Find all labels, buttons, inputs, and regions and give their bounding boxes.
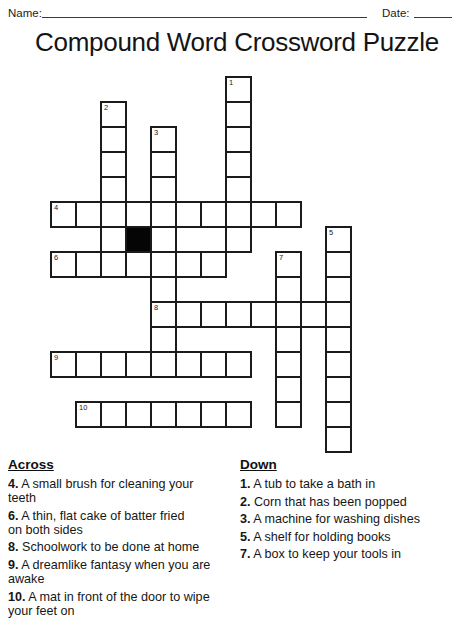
grid-cell[interactable]: 10 <box>75 401 102 428</box>
grid-cell[interactable] <box>125 251 152 278</box>
grid-cell[interactable]: 3 <box>150 126 177 153</box>
grid-cell[interactable]: 9 <box>50 351 77 378</box>
grid-cell[interactable] <box>325 426 352 453</box>
grid-cell[interactable] <box>275 401 302 428</box>
clue-item: 6. A thin, flat cake of batter fried on … <box>8 509 236 537</box>
grid-cell[interactable] <box>225 301 252 328</box>
cell-number: 4 <box>54 203 58 212</box>
grid-cell[interactable]: 7 <box>275 251 302 278</box>
grid-cell[interactable] <box>100 401 127 428</box>
name-label: Name: <box>8 7 42 19</box>
grid-cell[interactable] <box>200 351 227 378</box>
grid-cell[interactable] <box>150 251 177 278</box>
date-label: Date: <box>382 7 410 19</box>
down-heading: Down <box>240 457 277 472</box>
grid-cell[interactable] <box>100 201 127 228</box>
grid-cell[interactable] <box>75 201 102 228</box>
grid-cell[interactable] <box>150 351 177 378</box>
name-input-line[interactable] <box>42 5 367 18</box>
clue-item: 4. A small brush for cleaning your teeth <box>8 477 236 505</box>
grid-cell[interactable] <box>150 201 177 228</box>
grid-cell[interactable] <box>225 126 252 153</box>
grid-cell[interactable] <box>325 301 352 328</box>
grid-cell[interactable] <box>275 276 302 303</box>
grid-cell[interactable] <box>75 351 102 378</box>
grid-cell[interactable] <box>200 301 227 328</box>
grid-cell[interactable] <box>125 401 152 428</box>
across-clues-section: Across 4. A small brush for cleaning you… <box>8 455 236 621</box>
page-title: Compound Word Crossword Puzzle <box>0 27 474 58</box>
across-clues-list: 4. A small brush for cleaning your teeth… <box>8 477 236 618</box>
grid-cell[interactable] <box>325 276 352 303</box>
clue-item: 5. A shelf for holding books <box>240 530 470 544</box>
clue-number: 10. <box>8 590 26 604</box>
grid-cell[interactable] <box>150 326 177 353</box>
grid-cell[interactable] <box>175 401 202 428</box>
grid-cell[interactable] <box>225 401 252 428</box>
down-clues-list: 1. A tub to take a bath in2. Corn that h… <box>240 477 470 561</box>
grid-cell[interactable] <box>325 401 352 428</box>
grid-cell[interactable] <box>325 376 352 403</box>
clue-number: 7. <box>240 547 251 561</box>
grid-cell[interactable] <box>150 226 177 253</box>
clue-item: 7. A box to keep your tools in <box>240 547 470 561</box>
grid-cell[interactable] <box>325 326 352 353</box>
grid-cell[interactable] <box>150 176 177 203</box>
cell-number: 6 <box>54 253 58 262</box>
grid-cell[interactable] <box>225 101 252 128</box>
cell-number: 2 <box>104 103 108 112</box>
grid-cell[interactable] <box>150 276 177 303</box>
grid-cell[interactable] <box>150 151 177 178</box>
grid-cell[interactable] <box>100 351 127 378</box>
clue-number: 5. <box>240 530 251 544</box>
grid-cell[interactable] <box>225 201 252 228</box>
grid-cell[interactable] <box>150 401 177 428</box>
clue-item: 10. A mat in front of the door to wipe y… <box>8 590 236 618</box>
grid-cell[interactable] <box>125 201 152 228</box>
grid-cell[interactable] <box>100 226 127 253</box>
clue-number: 3. <box>240 512 251 526</box>
date-input-line[interactable] <box>414 5 452 18</box>
grid-cell[interactable] <box>175 301 202 328</box>
clue-item: 2. Corn that has been popped <box>240 495 470 509</box>
clue-number: 9. <box>8 558 19 572</box>
grid-cell[interactable] <box>275 201 302 228</box>
grid-cell[interactable] <box>100 251 127 278</box>
clue-item: 9. A dreamlike fantasy when you are awak… <box>8 558 236 586</box>
clue-item: 1. A tub to take a bath in <box>240 477 470 491</box>
grid-cell[interactable] <box>225 226 252 253</box>
grid-cell[interactable] <box>175 351 202 378</box>
grid-cell[interactable] <box>100 126 127 153</box>
clue-number: 1. <box>240 477 251 491</box>
grid-cell[interactable]: 8 <box>150 301 177 328</box>
cell-number: 9 <box>54 353 58 362</box>
crossword-grid: 12345678910 <box>50 76 352 453</box>
cell-number: 7 <box>279 253 283 262</box>
grid-cell[interactable] <box>225 351 252 378</box>
grid-cell[interactable]: 6 <box>50 251 77 278</box>
grid-cell[interactable] <box>225 176 252 203</box>
grid-cell[interactable] <box>275 301 302 328</box>
cell-number: 8 <box>154 303 158 312</box>
cell-number: 10 <box>79 403 87 412</box>
grid-cell[interactable] <box>100 176 127 203</box>
across-heading: Across <box>8 457 54 472</box>
grid-cell[interactable] <box>275 376 302 403</box>
grid-cell[interactable] <box>200 401 227 428</box>
black-cell <box>125 226 152 253</box>
grid-cell[interactable] <box>300 301 327 328</box>
grid-cell[interactable]: 2 <box>100 101 127 128</box>
grid-cell[interactable]: 1 <box>225 76 252 103</box>
cell-number: 1 <box>229 78 233 87</box>
grid-cell[interactable] <box>325 251 352 278</box>
grid-cell[interactable]: 5 <box>325 226 352 253</box>
down-clues-section: Down 1. A tub to take a bath in2. Corn t… <box>240 455 470 565</box>
grid-cell[interactable] <box>250 301 277 328</box>
grid-cell[interactable] <box>175 201 202 228</box>
grid-cell[interactable] <box>275 326 302 353</box>
grid-cell[interactable] <box>250 201 277 228</box>
grid-cell[interactable]: 4 <box>50 201 77 228</box>
grid-cell[interactable] <box>75 251 102 278</box>
clue-number: 2. <box>240 495 251 509</box>
grid-cell[interactable] <box>275 351 302 378</box>
grid-cell[interactable] <box>100 151 127 178</box>
cell-number: 3 <box>154 128 158 137</box>
clue-item: 8. Schoolwork to be done at home <box>8 540 236 554</box>
clue-number: 4. <box>8 477 19 491</box>
grid-cell[interactable] <box>175 251 202 278</box>
clue-number: 8. <box>8 540 19 554</box>
cell-number: 5 <box>329 228 333 237</box>
grid-cell[interactable] <box>225 151 252 178</box>
clue-item: 3. A machine for washing dishes <box>240 512 470 526</box>
grid-cell[interactable] <box>325 351 352 378</box>
clue-number: 6. <box>8 509 19 523</box>
grid-cell[interactable] <box>200 251 227 278</box>
grid-cell[interactable] <box>125 351 152 378</box>
grid-cell[interactable] <box>200 201 227 228</box>
